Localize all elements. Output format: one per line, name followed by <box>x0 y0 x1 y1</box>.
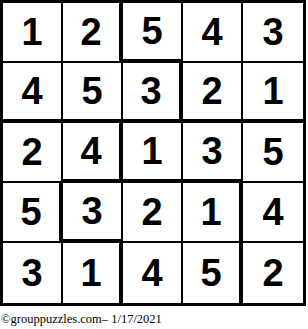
cell-r3c1: 2 <box>3 123 63 183</box>
copyright-caption: ©grouppuzzles.com– 1/17/2021 <box>1 312 308 327</box>
cell-r2c2: 5 <box>63 63 123 123</box>
cell-r4c2: 3 <box>63 183 123 243</box>
cell-r1c3: 5 <box>123 3 183 63</box>
cell-r1c1: 1 <box>3 3 63 63</box>
cell-r2c4: 2 <box>183 63 243 123</box>
cell-r4c3: 2 <box>123 183 183 243</box>
cell-r1c2: 2 <box>63 3 123 63</box>
cell-r4c1: 5 <box>3 183 63 243</box>
cell-r1c5: 3 <box>243 3 303 63</box>
cell-r5c4: 5 <box>183 243 243 303</box>
board: 1254345321241355321431452 <box>0 0 306 306</box>
cell-r4c5: 4 <box>243 183 303 243</box>
cell-r4c4: 1 <box>183 183 243 243</box>
cell-r5c3: 4 <box>123 243 183 303</box>
cell-r3c4: 3 <box>183 123 243 183</box>
cell-r3c2: 4 <box>63 123 123 183</box>
cell-r2c1: 4 <box>3 63 63 123</box>
cell-r5c2: 1 <box>63 243 123 303</box>
cell-r2c5: 1 <box>243 63 303 123</box>
page: 1254345321241355321431452 ©grouppuzzles.… <box>0 0 308 329</box>
cell-r1c4: 4 <box>183 3 243 63</box>
cell-r5c5: 2 <box>243 243 303 303</box>
cell-r5c1: 3 <box>3 243 63 303</box>
cell-r2c3: 3 <box>123 63 183 123</box>
cell-r3c3: 1 <box>123 123 183 183</box>
cell-r3c5: 5 <box>243 123 303 183</box>
